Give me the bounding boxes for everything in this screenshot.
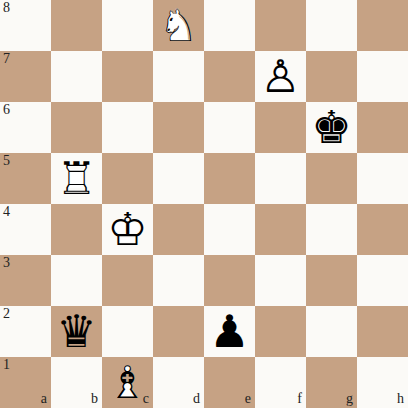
rank-label-3: 3 — [3, 256, 10, 270]
square-d3[interactable] — [153, 255, 204, 306]
square-g8[interactable] — [306, 0, 357, 51]
square-d7[interactable] — [153, 51, 204, 102]
black-queen-glyph: ♛ — [51, 306, 102, 357]
black-pawn-glyph: ♟ — [204, 306, 255, 357]
square-c5[interactable] — [102, 153, 153, 204]
square-f3[interactable] — [255, 255, 306, 306]
square-a4[interactable]: 4 — [0, 204, 51, 255]
piece-black-king[interactable]: ♚ — [306, 102, 357, 153]
square-d6[interactable] — [153, 102, 204, 153]
square-g6[interactable]: ♚ — [306, 102, 357, 153]
square-a1[interactable]: 1a — [0, 357, 51, 408]
square-f1[interactable]: f — [255, 357, 306, 408]
square-a6[interactable]: 6 — [0, 102, 51, 153]
black-king-glyph: ♚ — [306, 102, 357, 153]
rank-label-8: 8 — [3, 1, 10, 15]
square-f5[interactable] — [255, 153, 306, 204]
piece-white-bishop[interactable]: ♝♗ — [102, 357, 153, 408]
square-a7[interactable]: 7 — [0, 51, 51, 102]
square-h7[interactable] — [357, 51, 408, 102]
rank-label-1: 1 — [3, 358, 10, 372]
square-e5[interactable] — [204, 153, 255, 204]
square-h1[interactable]: h — [357, 357, 408, 408]
square-f6[interactable] — [255, 102, 306, 153]
rank-label-5: 5 — [3, 154, 10, 168]
square-c3[interactable] — [102, 255, 153, 306]
file-label-e: e — [245, 392, 251, 406]
square-b8[interactable] — [51, 0, 102, 51]
square-h6[interactable] — [357, 102, 408, 153]
square-e4[interactable] — [204, 204, 255, 255]
square-c6[interactable] — [102, 102, 153, 153]
square-b4[interactable] — [51, 204, 102, 255]
square-f8[interactable] — [255, 0, 306, 51]
piece-black-pawn[interactable]: ♟ — [204, 306, 255, 357]
piece-white-knight[interactable]: ♞♘ — [153, 0, 204, 51]
square-h5[interactable] — [357, 153, 408, 204]
square-a5[interactable]: 5 — [0, 153, 51, 204]
file-label-d: d — [193, 392, 200, 406]
square-b2[interactable]: ♛ — [51, 306, 102, 357]
rank-label-6: 6 — [3, 103, 10, 117]
square-c4[interactable]: ♚♔ — [102, 204, 153, 255]
white-bishop-fill-glyph: ♝ — [102, 357, 153, 408]
square-h2[interactable] — [357, 306, 408, 357]
file-label-a: a — [41, 392, 47, 406]
square-b3[interactable] — [51, 255, 102, 306]
square-f7[interactable]: ♟♙ — [255, 51, 306, 102]
square-d2[interactable] — [153, 306, 204, 357]
square-b5[interactable]: ♜♖ — [51, 153, 102, 204]
file-label-f: f — [297, 392, 302, 406]
white-pawn-fill-glyph: ♟ — [255, 51, 306, 102]
square-e1[interactable]: e — [204, 357, 255, 408]
square-d5[interactable] — [153, 153, 204, 204]
white-rook-fill-glyph: ♜ — [51, 153, 102, 204]
white-king-outline-glyph: ♔ — [102, 204, 153, 255]
file-label-h: h — [397, 392, 404, 406]
square-a8[interactable]: 8 — [0, 0, 51, 51]
square-g7[interactable] — [306, 51, 357, 102]
square-a2[interactable]: 2 — [0, 306, 51, 357]
white-knight-outline-glyph: ♘ — [153, 0, 204, 51]
white-pawn-outline-glyph: ♙ — [255, 51, 306, 102]
square-b1[interactable]: b — [51, 357, 102, 408]
rank-label-7: 7 — [3, 52, 10, 66]
square-g3[interactable] — [306, 255, 357, 306]
piece-white-rook[interactable]: ♜♖ — [51, 153, 102, 204]
rank-label-2: 2 — [3, 307, 10, 321]
white-bishop-outline-glyph: ♗ — [102, 357, 153, 408]
square-c2[interactable] — [102, 306, 153, 357]
square-h3[interactable] — [357, 255, 408, 306]
file-label-b: b — [91, 392, 98, 406]
square-g1[interactable]: g — [306, 357, 357, 408]
square-g4[interactable] — [306, 204, 357, 255]
file-label-g: g — [346, 392, 353, 406]
piece-white-king[interactable]: ♚♔ — [102, 204, 153, 255]
square-f2[interactable] — [255, 306, 306, 357]
piece-white-pawn[interactable]: ♟♙ — [255, 51, 306, 102]
square-h8[interactable] — [357, 0, 408, 51]
square-a3[interactable]: 3 — [0, 255, 51, 306]
square-e6[interactable] — [204, 102, 255, 153]
square-d8[interactable]: ♞♘ — [153, 0, 204, 51]
square-e7[interactable] — [204, 51, 255, 102]
square-f4[interactable] — [255, 204, 306, 255]
rank-label-4: 4 — [3, 205, 10, 219]
chess-board: 8♞♘7♟♙6♚5♜♖4♚♔32♛♟1abc♝♗defgh — [0, 0, 408, 408]
piece-black-queen[interactable]: ♛ — [51, 306, 102, 357]
square-b6[interactable] — [51, 102, 102, 153]
square-c1[interactable]: c♝♗ — [102, 357, 153, 408]
square-d4[interactable] — [153, 204, 204, 255]
square-c8[interactable] — [102, 0, 153, 51]
square-c7[interactable] — [102, 51, 153, 102]
square-g2[interactable] — [306, 306, 357, 357]
square-e3[interactable] — [204, 255, 255, 306]
square-e2[interactable]: ♟ — [204, 306, 255, 357]
square-b7[interactable] — [51, 51, 102, 102]
square-e8[interactable] — [204, 0, 255, 51]
square-d1[interactable]: d — [153, 357, 204, 408]
square-h4[interactable] — [357, 204, 408, 255]
white-king-fill-glyph: ♚ — [102, 204, 153, 255]
square-g5[interactable] — [306, 153, 357, 204]
white-rook-outline-glyph: ♖ — [51, 153, 102, 204]
white-knight-fill-glyph: ♞ — [153, 0, 204, 51]
